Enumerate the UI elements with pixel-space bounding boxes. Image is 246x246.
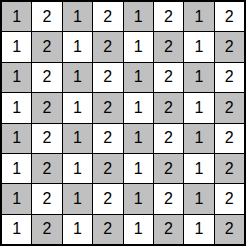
grid-cell: 1 <box>184 215 213 244</box>
grid-cell: 1 <box>124 124 153 153</box>
grid-cell: 2 <box>154 215 183 244</box>
grid-cell: 1 <box>184 2 213 31</box>
grid-cell: 2 <box>32 184 61 213</box>
grid-cell: 1 <box>63 93 92 122</box>
grid-cell: 1 <box>184 184 213 213</box>
grid-cell: 2 <box>215 215 244 244</box>
grid-cell: 2 <box>215 124 244 153</box>
grid-cell: 1 <box>2 154 31 183</box>
grid-cell: 1 <box>184 93 213 122</box>
grid-cell: 1 <box>63 215 92 244</box>
grid-cell: 1 <box>63 184 92 213</box>
grid-cell: 2 <box>93 124 122 153</box>
grid-cell: 1 <box>63 124 92 153</box>
grid-cell: 1 <box>124 93 153 122</box>
grid-cell: 2 <box>93 2 122 31</box>
grid-cell: 1 <box>63 154 92 183</box>
grid-cell: 2 <box>32 215 61 244</box>
grid-cell: 2 <box>154 124 183 153</box>
grid-cell: 1 <box>184 32 213 61</box>
grid-cell: 2 <box>93 184 122 213</box>
grid-cell: 2 <box>32 32 61 61</box>
grid-cell: 1 <box>2 215 31 244</box>
grid-cell: 2 <box>93 93 122 122</box>
grid-cell: 1 <box>124 2 153 31</box>
grid-cell: 2 <box>215 32 244 61</box>
grid-cell: 1 <box>2 2 31 31</box>
grid-cell: 1 <box>2 124 31 153</box>
grid-cell: 2 <box>32 93 61 122</box>
grid-cell: 2 <box>215 154 244 183</box>
grid-cell: 2 <box>215 2 244 31</box>
grid-cell: 2 <box>215 93 244 122</box>
grid-cell: 2 <box>93 154 122 183</box>
grid-cell: 2 <box>93 215 122 244</box>
grid-cell: 1 <box>184 154 213 183</box>
grid-cell: 2 <box>154 93 183 122</box>
grid-cell: 2 <box>154 2 183 31</box>
grid-cell: 2 <box>215 63 244 92</box>
grid-cell: 1 <box>2 184 31 213</box>
grid-cell: 2 <box>32 63 61 92</box>
grid-cell: 1 <box>124 63 153 92</box>
grid-cell: 2 <box>32 2 61 31</box>
grid-cell: 1 <box>124 215 153 244</box>
grid-cell: 2 <box>154 32 183 61</box>
grid-cell: 1 <box>184 124 213 153</box>
grid-cell: 2 <box>32 154 61 183</box>
grid-cell: 2 <box>154 184 183 213</box>
grid-cell: 1 <box>2 63 31 92</box>
grid-cell: 2 <box>154 154 183 183</box>
grid-cell: 2 <box>154 63 183 92</box>
grid-cell: 1 <box>63 2 92 31</box>
grid-cell: 1 <box>2 93 31 122</box>
grid-cell: 1 <box>124 32 153 61</box>
grid-cell: 1 <box>2 32 31 61</box>
grid-cell: 1 <box>63 63 92 92</box>
grid-cell: 2 <box>93 63 122 92</box>
grid-cell: 2 <box>215 184 244 213</box>
grid-cell: 2 <box>93 32 122 61</box>
grid-cell: 1 <box>184 63 213 92</box>
puzzle-grid: 1212121212121212121212121212121212121212… <box>0 0 246 246</box>
grid-cell: 1 <box>124 184 153 213</box>
grid-cell: 1 <box>124 154 153 183</box>
grid-cell: 2 <box>32 124 61 153</box>
grid-cell: 1 <box>63 32 92 61</box>
